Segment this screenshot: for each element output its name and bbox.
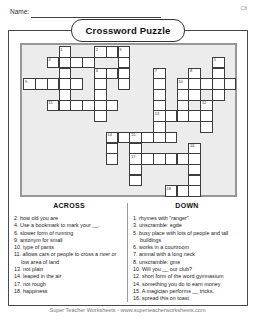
down-section: DOWN 1. rhymes with "ranger"3. unscrambl… <box>133 202 241 303</box>
clue-item-across-2: 2. how old you are <box>14 215 124 222</box>
cell-number: 1 <box>60 47 62 52</box>
cell-number: 6 <box>96 68 98 73</box>
grid-cell[interactable] <box>200 121 213 133</box>
grid-cell[interactable] <box>59 100 72 112</box>
cell-number: 3 <box>119 47 121 52</box>
across-clues: 2. how old you are4. Use a bookmark to m… <box>14 215 124 295</box>
clue-item-across-14: 14. leaped in the air <box>14 273 124 280</box>
clue-item-across-13: 13. not plain <box>14 266 124 273</box>
cell-number: 11 <box>48 100 52 105</box>
clue-item-down-8: 8. unscramble: gme <box>133 259 241 266</box>
grid-cell[interactable]: 9 <box>23 78 36 90</box>
clue-item-across-10: 10. type of pants <box>14 244 124 251</box>
clue-item-down-7: 7. animal with a long neck <box>133 251 241 258</box>
cell-number: 8 <box>190 68 192 73</box>
grid-cell[interactable] <box>129 175 142 187</box>
clue-item-down-5: 5. busy place with lots of people and ta… <box>133 230 241 245</box>
grid-cell[interactable] <box>106 46 119 58</box>
clue-item-across-18: 18. happiness <box>14 288 124 295</box>
cell-number: 13 <box>155 111 159 116</box>
grid-cell[interactable] <box>212 89 225 101</box>
grid-cell[interactable]: 4 <box>47 57 60 69</box>
grid-cell[interactable] <box>200 78 213 90</box>
clue-item-across-17: 17. not rough <box>14 281 124 288</box>
clue-item-down-1: 1. rhymes with "ranger" <box>133 215 241 222</box>
clue-item-across-9: 9. antonym for small <box>14 237 124 244</box>
cell-number: 14 <box>107 132 111 137</box>
grid-cell[interactable] <box>70 57 83 69</box>
clue-item-across-4: 4. Use a bookmark to mark your __. <box>14 222 124 229</box>
clue-item-down-10: 10. Will you __ our club? <box>133 266 241 273</box>
grid-cell[interactable]: 18 <box>165 185 178 197</box>
clue-item-down-12: 12. short form of the word gymnasium <box>133 273 241 280</box>
down-header: DOWN <box>133 202 241 209</box>
cell-number: 15 <box>131 132 135 137</box>
grid-cell[interactable] <box>165 153 178 165</box>
grid-cell[interactable] <box>177 153 190 165</box>
grid-cell[interactable] <box>35 78 48 90</box>
grid-cell[interactable]: 11 <box>47 100 60 112</box>
grid-cell[interactable] <box>82 57 95 69</box>
grid-cell[interactable] <box>177 185 190 197</box>
cell-number: 9 <box>25 79 27 84</box>
grid-cell[interactable] <box>153 132 166 144</box>
page-title: Crossword Puzzle <box>85 25 170 36</box>
grid-cell[interactable] <box>153 153 166 165</box>
clue-column-divider <box>127 203 128 302</box>
grid-cell[interactable] <box>106 153 119 165</box>
grid-cell[interactable]: 2 <box>94 46 107 58</box>
grid-cell[interactable] <box>94 110 107 122</box>
clue-item-down-3: 3. unscramble: egde <box>133 222 241 229</box>
grid-cell[interactable] <box>188 89 201 101</box>
grid-cell[interactable] <box>70 78 83 90</box>
cell-number: 2 <box>96 47 98 52</box>
clue-item-down-16: 16. spread this on toast <box>133 295 241 302</box>
clue-item-across-6: 6. slower form of running <box>14 230 124 237</box>
clue-item-across-11: 11. allows cars or people to cross a riv… <box>14 251 124 266</box>
crossword-grid: 123456789101112131415161718 <box>20 43 237 197</box>
grid-cell[interactable] <box>188 110 201 122</box>
grid-cell[interactable] <box>82 100 95 112</box>
footer-credit: Super Teacher Worksheets - www.superteac… <box>0 307 255 313</box>
grid-cell[interactable] <box>165 132 178 144</box>
cell-number: 7 <box>155 68 157 73</box>
cell-number: 16 <box>190 143 194 148</box>
clue-item-down-15: 15. A magician performs __ tricks. <box>133 288 241 295</box>
title-bubble: Crossword Puzzle <box>71 19 185 42</box>
grid-cell[interactable] <box>106 68 119 80</box>
grid-cell[interactable] <box>141 132 154 144</box>
cell-number: 17 <box>131 154 135 159</box>
name-label: Name: <box>10 8 29 15</box>
sheet-code: C8 <box>241 5 247 11</box>
cell-number: 18 <box>166 186 170 191</box>
grid-cell[interactable] <box>106 100 119 112</box>
cell-number: 10 <box>178 79 182 84</box>
grid-cell[interactable] <box>177 110 190 122</box>
across-section: ACROSS 2. how old you are4. Use a bookma… <box>14 202 124 295</box>
down-clues: 1. rhymes with "ranger"3. unscramble: eg… <box>133 215 241 303</box>
clue-item-down-14: 14. something you do to earn money <box>133 281 241 288</box>
across-header: ACROSS <box>14 202 124 209</box>
name-field[interactable] <box>31 9 161 18</box>
grid-cell[interactable] <box>118 132 131 144</box>
cell-number: 12 <box>202 100 206 105</box>
grid-cell[interactable] <box>165 110 178 122</box>
grid-cell[interactable] <box>47 78 60 90</box>
clue-item-down-6: 6. works in a courtroom <box>133 244 241 251</box>
cell-number: 5 <box>214 57 216 62</box>
grid-cell[interactable] <box>118 78 131 90</box>
grid-cell[interactable] <box>70 100 83 112</box>
grid-cell[interactable] <box>188 185 201 197</box>
grid-cell[interactable] <box>224 78 237 90</box>
cell-number: 4 <box>48 57 50 62</box>
grid-cell[interactable] <box>141 153 154 165</box>
